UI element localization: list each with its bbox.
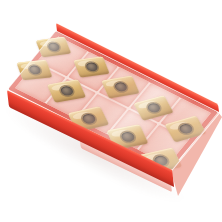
milling-insert-4 xyxy=(73,56,109,77)
product-photo-insert-case xyxy=(0,0,222,222)
milling-insert-3 xyxy=(46,79,85,103)
insert-center-hole xyxy=(46,42,60,51)
insert-center-hole xyxy=(58,86,73,97)
insert-center-hole xyxy=(113,82,128,92)
milling-insert-1 xyxy=(35,37,71,58)
milling-insert-5 xyxy=(101,75,139,98)
insert-center-hole xyxy=(84,62,98,72)
insert-center-hole xyxy=(27,65,41,74)
insert-center-hole xyxy=(119,131,135,142)
insert-center-hole xyxy=(80,113,96,124)
insert-center-hole xyxy=(145,102,161,113)
milling-insert-2 xyxy=(16,60,52,81)
milling-insert-7 xyxy=(133,95,173,121)
